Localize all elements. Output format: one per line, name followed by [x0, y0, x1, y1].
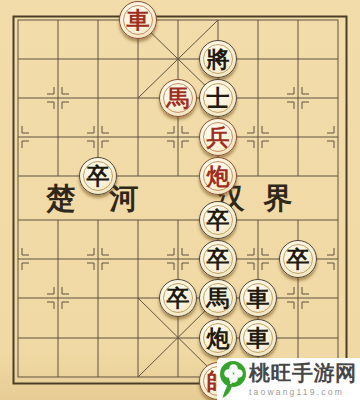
piece-red-horse[interactable]: 馬 — [159, 79, 197, 117]
piece-glyph: 卒 — [207, 248, 230, 271]
river-char: 河 — [110, 184, 139, 213]
piece-black-cannon[interactable]: 炮 — [199, 319, 237, 357]
piece-black-chariot[interactable]: 車 — [239, 319, 277, 357]
piece-glyph: 士 — [207, 87, 230, 110]
piece-glyph: 卒 — [207, 209, 230, 232]
piece-glyph: 兵 — [207, 126, 230, 149]
piece-black-soldier[interactable]: 卒 — [199, 240, 237, 278]
clover-logo-icon — [219, 359, 247, 399]
piece-red-cannon[interactable]: 炮 — [199, 157, 237, 195]
piece-glyph: 卒 — [167, 287, 190, 310]
river-char: 楚 — [47, 184, 76, 213]
watermark-title: 桃旺手游网 — [249, 360, 357, 387]
piece-black-soldier[interactable]: 卒 — [199, 201, 237, 239]
piece-glyph: 將 — [207, 48, 230, 71]
piece-glyph: 卒 — [287, 248, 310, 271]
watermark: 桃旺手游网 taowang119.com — [217, 358, 360, 400]
xiangqi-game-screen: 楚河汉界 車將馬士兵卒炮卒卒卒卒馬車炮車帥 桃旺手游网 taowang119.c… — [0, 0, 360, 400]
piece-glyph: 車 — [247, 327, 270, 350]
piece-glyph: 炮 — [207, 165, 230, 188]
piece-black-chariot[interactable]: 車 — [239, 279, 277, 317]
piece-black-horse[interactable]: 馬 — [199, 279, 237, 317]
piece-glyph: 卒 — [87, 165, 110, 188]
piece-black-general[interactable]: 將 — [199, 40, 237, 78]
piece-red-soldier[interactable]: 兵 — [199, 118, 237, 156]
river-char: 界 — [264, 184, 293, 213]
piece-black-soldier[interactable]: 卒 — [279, 240, 317, 278]
piece-red-chariot[interactable]: 車 — [119, 1, 157, 39]
piece-glyph: 炮 — [207, 327, 230, 350]
piece-glyph: 馬 — [167, 87, 190, 110]
piece-black-advisor[interactable]: 士 — [199, 79, 237, 117]
piece-black-soldier[interactable]: 卒 — [159, 279, 197, 317]
piece-glyph: 車 — [127, 9, 150, 32]
piece-glyph: 車 — [247, 287, 270, 310]
watermark-url: taowang119.com — [249, 387, 357, 397]
piece-glyph: 馬 — [207, 287, 230, 310]
piece-black-soldier[interactable]: 卒 — [79, 157, 117, 195]
